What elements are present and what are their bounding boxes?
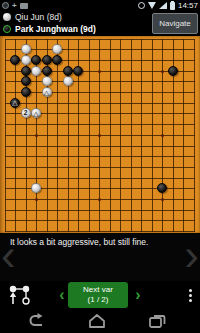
hoshi-point xyxy=(98,198,101,201)
variation-tree-icon[interactable] xyxy=(6,283,36,307)
go-board[interactable]: △2△△ xyxy=(0,36,200,233)
back-icon[interactable] xyxy=(28,313,46,329)
next-var-count: (1 / 2) xyxy=(88,295,109,305)
white-stone-icon xyxy=(3,13,11,21)
triangle-mark: △ xyxy=(44,89,49,96)
black-stone-H16 xyxy=(73,66,83,76)
android-navbar xyxy=(0,309,200,333)
status-time: 14:57 xyxy=(178,0,198,11)
white-stone-D12: △ xyxy=(31,108,41,118)
overflow-menu-icon[interactable] xyxy=(189,281,192,309)
black-stone-E16 xyxy=(42,66,52,76)
hoshi-point xyxy=(161,70,164,73)
white-stone-C18 xyxy=(21,44,31,54)
next-variation-chevron[interactable]: › xyxy=(128,281,148,309)
next-var-button[interactable]: Next var (1 / 2) xyxy=(68,282,128,308)
hoshi-point xyxy=(35,134,38,137)
wifi-icon xyxy=(148,2,156,9)
triangle-mark: △ xyxy=(33,110,38,117)
black-stone-D17 xyxy=(31,55,41,65)
notification-plus-icon: + xyxy=(12,2,17,10)
battery-icon xyxy=(170,2,175,10)
hoshi-point xyxy=(35,198,38,201)
next-var-label: Next var xyxy=(83,285,113,295)
black-stone-C16 xyxy=(21,66,31,76)
black-player-name: Park Junghwan (9d) xyxy=(15,24,96,34)
recents-icon[interactable] xyxy=(148,313,166,329)
hoshi-point xyxy=(161,134,164,137)
comment-text: It looks a bit aggressive, but still fin… xyxy=(0,233,200,247)
notification-circle-icon xyxy=(2,2,9,9)
notification-photo-icon xyxy=(20,3,28,9)
white-stone-D5 xyxy=(31,183,41,193)
black-stone-B17 xyxy=(10,55,20,65)
black-stone-R16 xyxy=(168,66,178,76)
white-player-name: Qiu Jun (8d) xyxy=(15,12,62,22)
black-stone-Q5 xyxy=(157,183,167,193)
black-stone-B13: △ xyxy=(10,98,20,108)
hoshi-point xyxy=(98,70,101,73)
white-stone-G15 xyxy=(63,76,73,86)
navigate-button[interactable]: Navigate xyxy=(152,13,198,34)
black-stone-C14 xyxy=(21,87,31,97)
black-stone-icon xyxy=(3,25,11,33)
prev-move-touch-zone[interactable]: ‹ xyxy=(1,231,16,279)
black-stone-C15 xyxy=(21,76,31,86)
white-stone-E14: △ xyxy=(42,87,52,97)
move-number-label: 2 xyxy=(24,110,28,117)
bottom-toolbar: ‹ Next var (1 / 2) › xyxy=(0,281,200,309)
white-stone-E15 xyxy=(42,76,52,86)
signal-icon xyxy=(159,2,167,9)
white-stone-C12: 2 xyxy=(21,108,31,118)
player-panel: Qiu Jun (8d) Park Junghwan (9d) Navigate xyxy=(0,11,200,36)
comment-area: It looks a bit aggressive, but still fin… xyxy=(0,233,200,281)
black-stone-F17 xyxy=(52,55,62,65)
white-stone-C17 xyxy=(21,55,31,65)
triangle-mark: △ xyxy=(12,99,17,106)
white-stone-D16 xyxy=(31,66,41,76)
alarm-icon xyxy=(138,2,145,9)
hoshi-point xyxy=(161,198,164,201)
hoshi-point xyxy=(98,134,101,137)
black-stone-E17 xyxy=(42,55,52,65)
black-stone-G16 xyxy=(63,66,73,76)
white-stone-F18 xyxy=(52,44,62,54)
next-move-touch-zone[interactable]: › xyxy=(184,231,199,279)
status-bar: + 14:57 xyxy=(0,0,200,11)
home-icon[interactable] xyxy=(88,313,106,329)
